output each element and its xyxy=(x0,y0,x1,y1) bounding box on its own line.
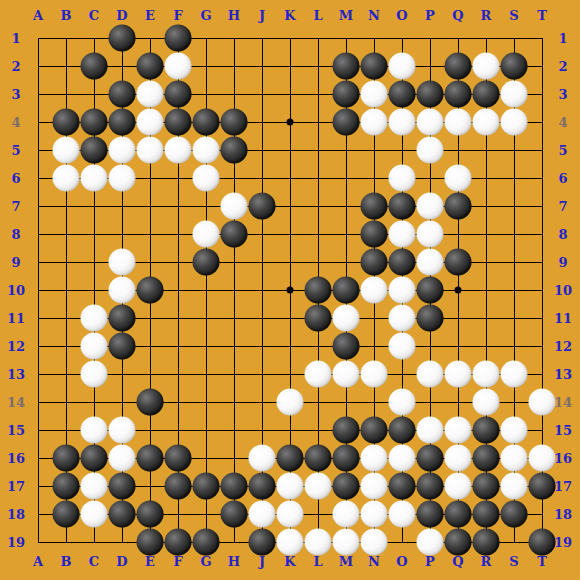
row-label-left: 1 xyxy=(11,31,20,46)
column-label-bottom: L xyxy=(313,554,322,569)
stone-white-R2[interactable] xyxy=(473,53,500,80)
stone-white-C6[interactable] xyxy=(81,165,108,192)
stone-white-F2[interactable] xyxy=(165,53,192,80)
column-label-top: T xyxy=(537,8,547,23)
column-label-bottom: S xyxy=(509,554,518,569)
stone-black-E2[interactable] xyxy=(137,53,164,80)
stone-black-Q19[interactable] xyxy=(445,529,472,556)
stone-white-N18[interactable] xyxy=(361,501,388,528)
stone-black-C16[interactable] xyxy=(81,445,108,472)
column-label-top: K xyxy=(284,8,295,23)
column-label-top: R xyxy=(481,8,492,23)
stone-black-O3[interactable] xyxy=(389,81,416,108)
row-label-right: 19 xyxy=(554,535,572,550)
stone-white-O4[interactable] xyxy=(389,109,416,136)
stone-white-S17[interactable] xyxy=(501,473,528,500)
stone-white-D16[interactable] xyxy=(109,445,136,472)
column-label-bottom: C xyxy=(89,554,99,569)
stone-black-R16[interactable] xyxy=(473,445,500,472)
stone-black-B16[interactable] xyxy=(53,445,80,472)
stone-black-P18[interactable] xyxy=(417,501,444,528)
row-label-left: 9 xyxy=(11,255,20,270)
row-label-left: 6 xyxy=(11,171,20,186)
row-label-left: 10 xyxy=(7,283,25,298)
row-label-left: 7 xyxy=(11,199,20,214)
stone-white-C17[interactable] xyxy=(81,473,108,500)
stone-white-Q15[interactable] xyxy=(445,417,472,444)
stone-black-S18[interactable] xyxy=(501,501,528,528)
stone-black-E18[interactable] xyxy=(137,501,164,528)
stone-white-M13[interactable] xyxy=(333,361,360,388)
stone-black-M4[interactable] xyxy=(333,109,360,136)
stone-black-P11[interactable] xyxy=(417,305,444,332)
row-label-right: 11 xyxy=(554,311,572,326)
stone-white-E5[interactable] xyxy=(137,137,164,164)
stone-white-O6[interactable] xyxy=(389,165,416,192)
stone-white-P5[interactable] xyxy=(417,137,444,164)
row-label-right: 9 xyxy=(558,255,567,270)
stone-white-B6[interactable] xyxy=(53,165,80,192)
row-label-right: 15 xyxy=(554,423,572,438)
stone-white-M18[interactable] xyxy=(333,501,360,528)
stone-black-D1[interactable] xyxy=(109,25,136,52)
row-label-right: 17 xyxy=(554,479,572,494)
column-label-bottom: F xyxy=(173,554,182,569)
stone-black-S2[interactable] xyxy=(501,53,528,80)
stone-white-G5[interactable] xyxy=(193,137,220,164)
stone-black-T19[interactable] xyxy=(529,529,556,556)
row-label-right: 18 xyxy=(554,507,572,522)
column-label-top: C xyxy=(89,8,99,23)
column-label-top: Q xyxy=(452,8,463,23)
column-label-top: J xyxy=(259,8,265,23)
stone-white-D9[interactable] xyxy=(109,249,136,276)
stone-white-O14[interactable] xyxy=(389,389,416,416)
stone-white-O16[interactable] xyxy=(389,445,416,472)
row-label-left: 2 xyxy=(11,59,20,74)
stone-black-H4[interactable] xyxy=(221,109,248,136)
stone-white-P13[interactable] xyxy=(417,361,444,388)
stone-white-O12[interactable] xyxy=(389,333,416,360)
stone-black-G4[interactable] xyxy=(193,109,220,136)
stone-white-P7[interactable] xyxy=(417,193,444,220)
stone-black-J7[interactable] xyxy=(249,193,276,220)
hoshi-point xyxy=(287,119,294,126)
stone-black-M2[interactable] xyxy=(333,53,360,80)
stone-white-P4[interactable] xyxy=(417,109,444,136)
stone-white-O8[interactable] xyxy=(389,221,416,248)
stone-black-F17[interactable] xyxy=(165,473,192,500)
stone-black-M16[interactable] xyxy=(333,445,360,472)
stone-black-D3[interactable] xyxy=(109,81,136,108)
stone-black-R19[interactable] xyxy=(473,529,500,556)
stone-white-S13[interactable] xyxy=(501,361,528,388)
stone-black-M15[interactable] xyxy=(333,417,360,444)
stone-black-N15[interactable] xyxy=(361,417,388,444)
stone-white-L17[interactable] xyxy=(305,473,332,500)
stone-black-H5[interactable] xyxy=(221,137,248,164)
row-label-left: 16 xyxy=(7,451,25,466)
stone-white-C13[interactable] xyxy=(81,361,108,388)
stone-white-R14[interactable] xyxy=(473,389,500,416)
stone-white-Q17[interactable] xyxy=(445,473,472,500)
stone-white-N17[interactable] xyxy=(361,473,388,500)
stone-black-E19[interactable] xyxy=(137,529,164,556)
stone-white-K18[interactable] xyxy=(277,501,304,528)
stone-black-P16[interactable] xyxy=(417,445,444,472)
stone-black-L11[interactable] xyxy=(305,305,332,332)
stone-white-S3[interactable] xyxy=(501,81,528,108)
stone-black-R3[interactable] xyxy=(473,81,500,108)
stone-black-L10[interactable] xyxy=(305,277,332,304)
column-label-bottom: M xyxy=(339,554,353,569)
stone-white-C11[interactable] xyxy=(81,305,108,332)
stone-black-N8[interactable] xyxy=(361,221,388,248)
stone-white-D6[interactable] xyxy=(109,165,136,192)
column-label-top: N xyxy=(368,8,380,23)
stone-white-N4[interactable] xyxy=(361,109,388,136)
stone-white-T14[interactable] xyxy=(529,389,556,416)
stone-black-F3[interactable] xyxy=(165,81,192,108)
stone-black-G17[interactable] xyxy=(193,473,220,500)
stone-white-P15[interactable] xyxy=(417,417,444,444)
column-label-bottom: G xyxy=(200,554,211,569)
row-label-left: 17 xyxy=(7,479,25,494)
column-label-top: G xyxy=(200,8,211,23)
stone-black-B18[interactable] xyxy=(53,501,80,528)
column-label-top: H xyxy=(228,8,240,23)
row-label-left: 12 xyxy=(7,339,25,354)
stone-white-M19[interactable] xyxy=(333,529,360,556)
row-label-right: 10 xyxy=(554,283,572,298)
stone-white-P8[interactable] xyxy=(417,221,444,248)
stone-black-P17[interactable] xyxy=(417,473,444,500)
stone-black-J17[interactable] xyxy=(249,473,276,500)
stone-black-F19[interactable] xyxy=(165,529,192,556)
row-label-left: 5 xyxy=(11,143,20,158)
stone-black-M10[interactable] xyxy=(333,277,360,304)
stone-black-G9[interactable] xyxy=(193,249,220,276)
stone-black-J19[interactable] xyxy=(249,529,276,556)
stone-white-K19[interactable] xyxy=(277,529,304,556)
stone-white-O2[interactable] xyxy=(389,53,416,80)
stone-black-N9[interactable] xyxy=(361,249,388,276)
stone-black-F16[interactable] xyxy=(165,445,192,472)
stone-black-C4[interactable] xyxy=(81,109,108,136)
stone-black-F4[interactable] xyxy=(165,109,192,136)
stone-black-O9[interactable] xyxy=(389,249,416,276)
stone-white-G8[interactable] xyxy=(193,221,220,248)
stone-white-Q6[interactable] xyxy=(445,165,472,192)
stone-black-M3[interactable] xyxy=(333,81,360,108)
row-label-right: 14 xyxy=(554,395,572,410)
stone-white-N3[interactable] xyxy=(361,81,388,108)
stone-black-Q9[interactable] xyxy=(445,249,472,276)
row-label-right: 4 xyxy=(558,115,567,130)
column-label-top: A xyxy=(33,8,43,23)
stone-white-L13[interactable] xyxy=(305,361,332,388)
row-label-left: 3 xyxy=(11,87,20,102)
stone-black-T17[interactable] xyxy=(529,473,556,500)
row-label-right: 5 xyxy=(558,143,567,158)
stone-white-B5[interactable] xyxy=(53,137,80,164)
stone-black-N2[interactable] xyxy=(361,53,388,80)
column-label-bottom: D xyxy=(116,554,127,569)
column-label-bottom: A xyxy=(33,554,43,569)
stone-black-P10[interactable] xyxy=(417,277,444,304)
column-label-top: F xyxy=(173,8,182,23)
stone-white-O18[interactable] xyxy=(389,501,416,528)
stone-white-Q16[interactable] xyxy=(445,445,472,472)
stone-white-S4[interactable] xyxy=(501,109,528,136)
column-label-bottom: H xyxy=(228,554,240,569)
column-label-bottom: R xyxy=(481,554,492,569)
column-label-bottom: B xyxy=(61,554,72,569)
stone-white-N10[interactable] xyxy=(361,277,388,304)
row-label-left: 8 xyxy=(11,227,20,242)
stone-white-N19[interactable] xyxy=(361,529,388,556)
stone-black-G19[interactable] xyxy=(193,529,220,556)
column-label-top: M xyxy=(339,8,353,23)
stone-black-N7[interactable] xyxy=(361,193,388,220)
stone-white-P19[interactable] xyxy=(417,529,444,556)
stone-black-D18[interactable] xyxy=(109,501,136,528)
stone-black-C2[interactable] xyxy=(81,53,108,80)
stone-black-O7[interactable] xyxy=(389,193,416,220)
column-label-bottom: Q xyxy=(452,554,463,569)
column-label-bottom: J xyxy=(259,554,265,569)
row-label-left: 19 xyxy=(7,535,25,550)
stone-black-D17[interactable] xyxy=(109,473,136,500)
stone-white-N16[interactable] xyxy=(361,445,388,472)
stone-black-Q3[interactable] xyxy=(445,81,472,108)
stone-white-S16[interactable] xyxy=(501,445,528,472)
column-label-bottom: N xyxy=(368,554,380,569)
stone-white-J18[interactable] xyxy=(249,501,276,528)
stone-white-C18[interactable] xyxy=(81,501,108,528)
column-label-top: L xyxy=(313,8,322,23)
row-label-left: 15 xyxy=(7,423,25,438)
column-label-bottom: O xyxy=(396,554,407,569)
column-label-top: D xyxy=(116,8,127,23)
stone-black-H8[interactable] xyxy=(221,221,248,248)
stone-white-Q13[interactable] xyxy=(445,361,472,388)
stone-white-F5[interactable] xyxy=(165,137,192,164)
row-label-left: 13 xyxy=(7,367,25,382)
stone-white-O11[interactable] xyxy=(389,305,416,332)
stone-white-R4[interactable] xyxy=(473,109,500,136)
row-label-left: 11 xyxy=(7,311,25,326)
stone-black-Q7[interactable] xyxy=(445,193,472,220)
stone-black-O17[interactable] xyxy=(389,473,416,500)
stone-white-N13[interactable] xyxy=(361,361,388,388)
column-label-bottom: E xyxy=(145,554,155,569)
stone-white-R13[interactable] xyxy=(473,361,500,388)
stone-white-H7[interactable] xyxy=(221,193,248,220)
row-label-right: 7 xyxy=(558,199,567,214)
stone-black-D11[interactable] xyxy=(109,305,136,332)
stone-white-J16[interactable] xyxy=(249,445,276,472)
stone-white-C12[interactable] xyxy=(81,333,108,360)
stone-black-Q18[interactable] xyxy=(445,501,472,528)
stone-white-E4[interactable] xyxy=(137,109,164,136)
row-label-left: 14 xyxy=(7,395,25,410)
stone-black-D12[interactable] xyxy=(109,333,136,360)
row-label-left: 4 xyxy=(11,115,20,130)
hoshi-point xyxy=(455,287,462,294)
stone-white-S15[interactable] xyxy=(501,417,528,444)
stone-black-C5[interactable] xyxy=(81,137,108,164)
stone-white-P9[interactable] xyxy=(417,249,444,276)
stone-black-Q2[interactable] xyxy=(445,53,472,80)
stone-black-R15[interactable] xyxy=(473,417,500,444)
stone-black-D4[interactable] xyxy=(109,109,136,136)
go-board[interactable]: AABBCCDDEEFFGGHHJJKKLLMMNNOOPPQQRRSSTT11… xyxy=(0,0,580,580)
stone-black-E16[interactable] xyxy=(137,445,164,472)
stone-white-K14[interactable] xyxy=(277,389,304,416)
stone-white-D15[interactable] xyxy=(109,417,136,444)
stone-white-M11[interactable] xyxy=(333,305,360,332)
row-label-right: 3 xyxy=(558,87,567,102)
column-label-bottom: P xyxy=(425,554,435,569)
row-label-right: 13 xyxy=(554,367,572,382)
stone-white-G6[interactable] xyxy=(193,165,220,192)
column-label-top: O xyxy=(396,8,407,23)
stone-black-H18[interactable] xyxy=(221,501,248,528)
stone-black-O15[interactable] xyxy=(389,417,416,444)
stone-black-H17[interactable] xyxy=(221,473,248,500)
stone-white-D5[interactable] xyxy=(109,137,136,164)
column-label-top: B xyxy=(61,8,72,23)
column-label-top: P xyxy=(425,8,435,23)
row-label-left: 18 xyxy=(7,507,25,522)
stone-black-R17[interactable] xyxy=(473,473,500,500)
stone-white-C15[interactable] xyxy=(81,417,108,444)
row-label-right: 16 xyxy=(554,451,572,466)
stone-white-T16[interactable] xyxy=(529,445,556,472)
hoshi-point xyxy=(287,287,294,294)
stone-black-E14[interactable] xyxy=(137,389,164,416)
stone-black-M12[interactable] xyxy=(333,333,360,360)
row-label-right: 12 xyxy=(554,339,572,354)
stone-black-K16[interactable] xyxy=(277,445,304,472)
stone-white-D10[interactable] xyxy=(109,277,136,304)
stone-black-E10[interactable] xyxy=(137,277,164,304)
column-label-top: E xyxy=(145,8,155,23)
stone-white-E3[interactable] xyxy=(137,81,164,108)
stone-black-R18[interactable] xyxy=(473,501,500,528)
stone-black-B4[interactable] xyxy=(53,109,80,136)
column-label-bottom: T xyxy=(537,554,547,569)
row-label-right: 1 xyxy=(558,31,567,46)
stone-black-F1[interactable] xyxy=(165,25,192,52)
stone-black-L16[interactable] xyxy=(305,445,332,472)
stone-black-B17[interactable] xyxy=(53,473,80,500)
row-label-right: 6 xyxy=(558,171,567,186)
stone-black-P3[interactable] xyxy=(417,81,444,108)
stone-black-M17[interactable] xyxy=(333,473,360,500)
stone-white-O10[interactable] xyxy=(389,277,416,304)
column-label-bottom: K xyxy=(284,554,295,569)
row-label-right: 2 xyxy=(558,59,567,74)
stone-white-K17[interactable] xyxy=(277,473,304,500)
column-label-top: S xyxy=(509,8,518,23)
stone-white-L19[interactable] xyxy=(305,529,332,556)
row-label-right: 8 xyxy=(558,227,567,242)
stone-white-Q4[interactable] xyxy=(445,109,472,136)
